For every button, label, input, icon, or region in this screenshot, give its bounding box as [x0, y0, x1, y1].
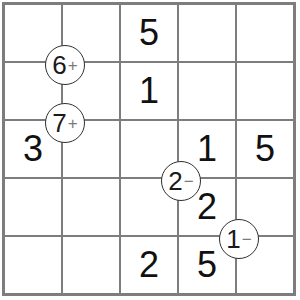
- clue-number: 1: [226, 226, 240, 252]
- cell-r2c3[interactable]: 1: [121, 63, 177, 119]
- cell-r5c1[interactable]: [5, 237, 61, 293]
- clue-circle-r2c1: 7+: [45, 103, 85, 143]
- clue-operator: +: [68, 115, 78, 132]
- mathrax-board: 513152256+7+2−1−: [2, 2, 296, 296]
- cell-r2c4[interactable]: [179, 63, 235, 119]
- clue-number: 2: [168, 168, 182, 194]
- given-digit: 1: [197, 131, 217, 167]
- given-digit: 1: [139, 73, 159, 109]
- cell-r5c3[interactable]: 2: [121, 237, 177, 293]
- given-digit: 5: [255, 131, 275, 167]
- cell-r3c5[interactable]: 5: [237, 121, 293, 177]
- given-digit: 5: [197, 247, 217, 283]
- cell-r1c4[interactable]: [179, 5, 235, 61]
- clue-operator: −: [242, 231, 252, 248]
- given-digit: 2: [139, 247, 159, 283]
- puzzle-stage: 513152256+7+2−1−: [0, 0, 300, 300]
- clue-circle-r1c1: 6+: [45, 45, 85, 85]
- given-digit: 5: [139, 15, 159, 51]
- clue-circle-r4c4: 1−: [219, 219, 259, 259]
- cell-r4c2[interactable]: [63, 179, 119, 235]
- given-digit: 2: [197, 189, 217, 225]
- clue-circle-r3c3: 2−: [161, 161, 201, 201]
- cell-r2c5[interactable]: [237, 63, 293, 119]
- cell-r5c2[interactable]: [63, 237, 119, 293]
- clue-operator: +: [68, 57, 78, 74]
- clue-operator: −: [184, 173, 194, 190]
- cell-r1c5[interactable]: [237, 5, 293, 61]
- cell-r1c3[interactable]: 5: [121, 5, 177, 61]
- clue-number: 6: [52, 52, 66, 78]
- cell-r4c1[interactable]: [5, 179, 61, 235]
- given-digit: 3: [23, 131, 43, 167]
- clue-number: 7: [52, 110, 66, 136]
